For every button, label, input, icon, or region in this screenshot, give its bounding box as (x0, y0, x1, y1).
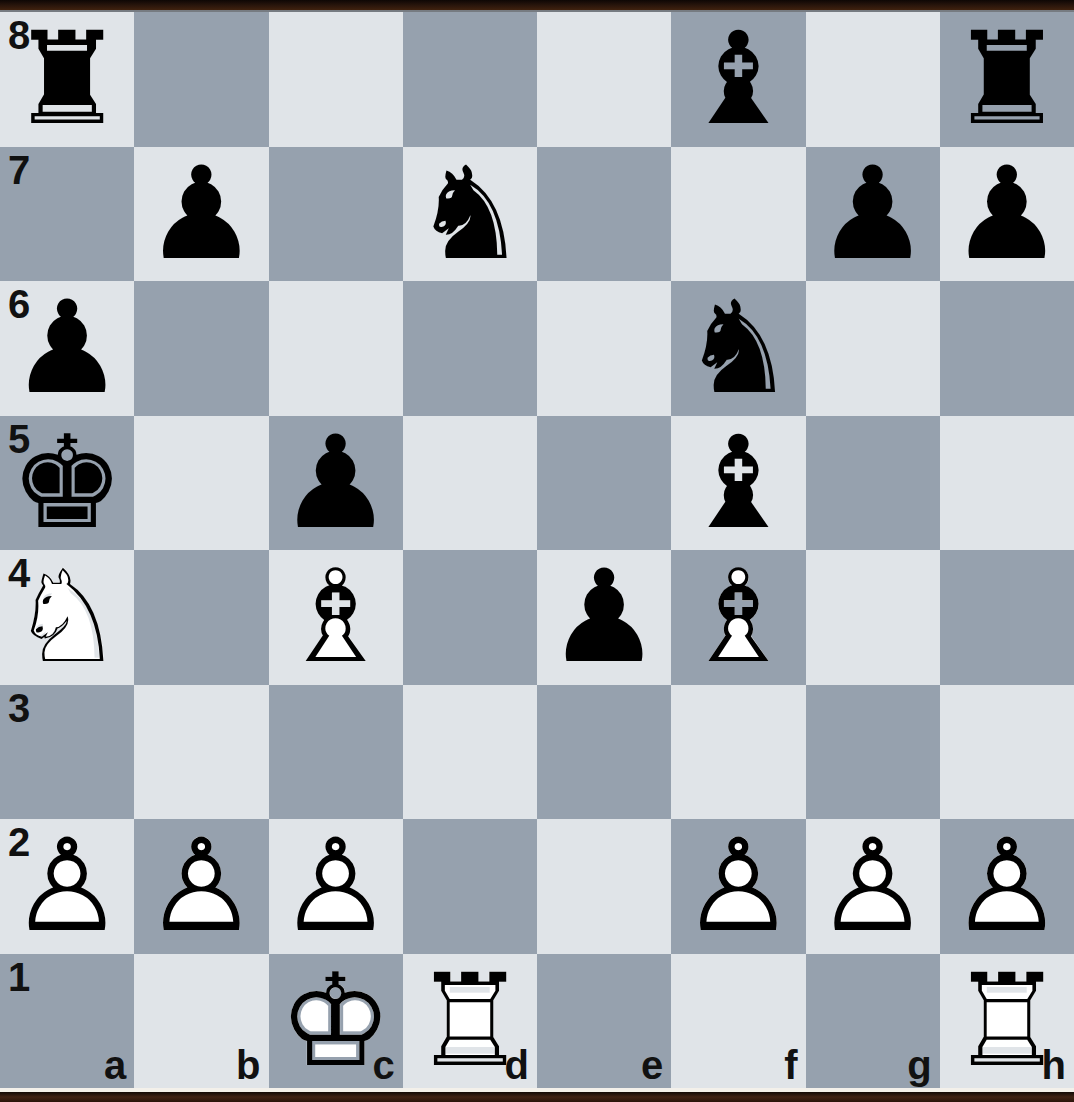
square-a2[interactable]: 2♟♙ (0, 819, 134, 954)
square-g7[interactable]: ♟ (806, 147, 940, 282)
square-d4[interactable] (403, 550, 537, 685)
black-knight-fill: ♞ (403, 147, 537, 282)
square-a3[interactable]: 3 (0, 685, 134, 820)
square-f4[interactable]: ♝♗ (671, 550, 805, 685)
square-h6[interactable] (940, 281, 1074, 416)
black-pawn-fill: ♟ (134, 147, 268, 282)
square-d8[interactable] (403, 12, 537, 147)
file-label-h: h (1042, 1045, 1066, 1085)
file-label-e: e (641, 1045, 663, 1085)
black-pawn-fill: ♟ (537, 550, 671, 685)
piece-white-pawn-icon[interactable]: ♟♙ (134, 819, 268, 954)
square-c3[interactable] (269, 685, 403, 820)
square-b3[interactable] (134, 685, 268, 820)
square-a6[interactable]: 6♟ (0, 281, 134, 416)
square-g3[interactable] (806, 685, 940, 820)
square-h8[interactable]: ♜ (940, 12, 1074, 147)
square-a5[interactable]: 5♚ (0, 416, 134, 551)
square-b2[interactable]: ♟♙ (134, 819, 268, 954)
piece-white-bishop-icon[interactable]: ♝♗ (269, 550, 403, 685)
square-b1[interactable]: b (134, 954, 268, 1089)
piece-black-rook-icon[interactable]: ♜ (940, 12, 1074, 147)
chess-board-window: 8♜♝♜7♟♞♟♟6♟♞5♚♟♝4♞♘♝♗♟♝♗32♟♙♟♙♟♙♟♙♟♙♟♙1a… (0, 0, 1074, 1102)
square-d5[interactable] (403, 416, 537, 551)
rank-label-2: 2 (8, 822, 30, 862)
board-frame-top (0, 0, 1074, 12)
file-label-f: f (784, 1045, 797, 1085)
square-g4[interactable] (806, 550, 940, 685)
square-e7[interactable] (537, 147, 671, 282)
piece-white-bishop-icon[interactable]: ♝♗ (671, 550, 805, 685)
rank-label-1: 1 (8, 957, 30, 997)
file-label-g: g (907, 1045, 931, 1085)
white-pawn-outline: ♙ (134, 819, 268, 954)
piece-black-pawn-icon[interactable]: ♟ (537, 550, 671, 685)
square-f5[interactable]: ♝ (671, 416, 805, 551)
chess-board: 8♜♝♜7♟♞♟♟6♟♞5♚♟♝4♞♘♝♗♟♝♗32♟♙♟♙♟♙♟♙♟♙♟♙1a… (0, 12, 1074, 1088)
piece-white-pawn-icon[interactable]: ♟♙ (806, 819, 940, 954)
square-h2[interactable]: ♟♙ (940, 819, 1074, 954)
square-c4[interactable]: ♝♗ (269, 550, 403, 685)
square-g6[interactable] (806, 281, 940, 416)
square-b4[interactable] (134, 550, 268, 685)
white-bishop-outline: ♗ (269, 550, 403, 685)
square-g8[interactable] (806, 12, 940, 147)
white-pawn-outline: ♙ (806, 819, 940, 954)
file-label-d: d (505, 1045, 529, 1085)
black-bishop-fill: ♝ (671, 416, 805, 551)
square-d7[interactable]: ♞ (403, 147, 537, 282)
rank-label-5: 5 (8, 419, 30, 459)
square-e5[interactable] (537, 416, 671, 551)
square-h5[interactable] (940, 416, 1074, 551)
square-h1[interactable]: h♜♖ (940, 954, 1074, 1089)
piece-white-pawn-icon[interactable]: ♟♙ (269, 819, 403, 954)
square-c8[interactable] (269, 12, 403, 147)
square-c1[interactable]: c♚♔ (269, 954, 403, 1089)
square-c2[interactable]: ♟♙ (269, 819, 403, 954)
square-e3[interactable] (537, 685, 671, 820)
square-a1[interactable]: 1a (0, 954, 134, 1089)
board-frame-bottom (0, 1088, 1074, 1102)
black-rook-fill: ♜ (940, 12, 1074, 147)
rank-label-6: 6 (8, 284, 30, 324)
piece-black-bishop-icon[interactable]: ♝ (671, 416, 805, 551)
square-b8[interactable] (134, 12, 268, 147)
piece-black-bishop-icon[interactable]: ♝ (671, 12, 805, 147)
square-f3[interactable] (671, 685, 805, 820)
square-b6[interactable] (134, 281, 268, 416)
square-d1[interactable]: d♜♖ (403, 954, 537, 1089)
piece-black-pawn-icon[interactable]: ♟ (269, 416, 403, 551)
black-pawn-fill: ♟ (806, 147, 940, 282)
square-d3[interactable] (403, 685, 537, 820)
white-pawn-outline: ♙ (671, 819, 805, 954)
square-c7[interactable] (269, 147, 403, 282)
square-c5[interactable]: ♟ (269, 416, 403, 551)
square-b5[interactable] (134, 416, 268, 551)
square-b7[interactable]: ♟ (134, 147, 268, 282)
piece-black-pawn-icon[interactable]: ♟ (134, 147, 268, 282)
white-bishop-outline: ♗ (671, 550, 805, 685)
square-f6[interactable]: ♞ (671, 281, 805, 416)
square-a8[interactable]: 8♜ (0, 12, 134, 147)
square-a4[interactable]: 4♞♘ (0, 550, 134, 685)
piece-white-pawn-icon[interactable]: ♟♙ (671, 819, 805, 954)
white-pawn-outline: ♙ (940, 819, 1074, 954)
square-e6[interactable] (537, 281, 671, 416)
square-e1[interactable]: e (537, 954, 671, 1089)
file-label-c: c (373, 1045, 395, 1085)
file-label-b: b (236, 1045, 260, 1085)
black-bishop-fill: ♝ (671, 12, 805, 147)
piece-black-pawn-icon[interactable]: ♟ (940, 147, 1074, 282)
rank-label-4: 4 (8, 553, 30, 593)
piece-black-knight-icon[interactable]: ♞ (671, 281, 805, 416)
square-f8[interactable]: ♝ (671, 12, 805, 147)
rank-label-8: 8 (8, 15, 30, 55)
white-pawn-outline: ♙ (269, 819, 403, 954)
rank-label-7: 7 (8, 150, 30, 190)
square-d2[interactable] (403, 819, 537, 954)
square-a7[interactable]: 7 (0, 147, 134, 282)
square-h7[interactable]: ♟ (940, 147, 1074, 282)
square-g5[interactable] (806, 416, 940, 551)
square-e2[interactable] (537, 819, 671, 954)
black-knight-fill: ♞ (671, 281, 805, 416)
square-c6[interactable] (269, 281, 403, 416)
square-f1[interactable]: f (671, 954, 805, 1089)
piece-black-pawn-icon[interactable]: ♟ (806, 147, 940, 282)
square-f2[interactable]: ♟♙ (671, 819, 805, 954)
square-e8[interactable] (537, 12, 671, 147)
square-h3[interactable] (940, 685, 1074, 820)
rank-label-3: 3 (8, 688, 30, 728)
square-g2[interactable]: ♟♙ (806, 819, 940, 954)
piece-white-pawn-icon[interactable]: ♟♙ (940, 819, 1074, 954)
file-label-a: a (104, 1045, 126, 1085)
black-pawn-fill: ♟ (269, 416, 403, 551)
square-h4[interactable] (940, 550, 1074, 685)
black-pawn-fill: ♟ (940, 147, 1074, 282)
square-f7[interactable] (671, 147, 805, 282)
square-d6[interactable] (403, 281, 537, 416)
piece-black-knight-icon[interactable]: ♞ (403, 147, 537, 282)
square-g1[interactable]: g (806, 954, 940, 1089)
square-e4[interactable]: ♟ (537, 550, 671, 685)
